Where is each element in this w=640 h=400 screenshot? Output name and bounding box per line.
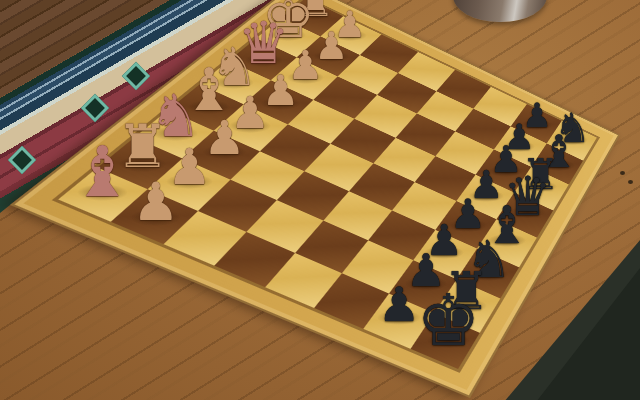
piece-white-pawn[interactable]: ♟ — [130, 176, 183, 229]
piece-white-bishop[interactable]: ♝ — [68, 137, 138, 207]
pieces-layer: ♞♝♜♛♝♞♜♚♟♟♟♟♟♟♟♟♟♟♟♟♟♟♟♟♜♚♛♞♝♞♜♝ — [0, 0, 640, 400]
photo-scene: ♞♝♜♛♝♞♜♚♟♟♟♟♟♟♟♟♟♟♟♟♟♟♟♟♜♚♛♞♝♞♜♝ — [0, 0, 640, 400]
piece-black-king[interactable]: ♚ — [413, 285, 484, 356]
